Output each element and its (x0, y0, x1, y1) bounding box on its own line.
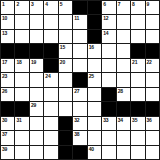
block-r9c5 (59, 117, 72, 130)
cell-r11c4[interactable] (44, 146, 57, 159)
cell-r6c9[interactable] (117, 73, 130, 86)
cell-r2c1[interactable]: 10 (1, 15, 14, 28)
cell-r7c3[interactable] (30, 88, 43, 101)
cell-r8c3[interactable]: 29 (30, 102, 43, 115)
cell-r11c1[interactable]: 39 (1, 146, 14, 159)
block-r8c1 (1, 102, 14, 115)
clue-number-38: 38 (74, 131, 79, 137)
cell-r11c10[interactable] (131, 146, 144, 159)
block-r4c3 (30, 44, 43, 57)
cell-r3c9[interactable] (117, 30, 130, 43)
cell-r7c6[interactable]: 27 (73, 88, 86, 101)
cell-r3c6[interactable] (73, 30, 86, 43)
cell-r11c9[interactable] (117, 146, 130, 159)
cell-r6c10[interactable] (131, 73, 144, 86)
cell-r9c10[interactable]: 35 (131, 117, 144, 130)
cell-r10c7[interactable] (88, 131, 101, 144)
clue-number-26: 26 (2, 88, 7, 94)
cell-r2c8[interactable]: 12 (102, 15, 115, 28)
cell-r2c9[interactable] (117, 15, 130, 28)
cell-r3c4[interactable] (44, 30, 57, 43)
clue-number-1: 1 (2, 1, 5, 7)
clue-number-22: 22 (147, 59, 152, 65)
cell-r5c6[interactable] (73, 59, 86, 72)
cell-r10c3[interactable] (30, 131, 43, 144)
block-r4c11 (146, 44, 159, 57)
block-r8c11 (146, 102, 159, 115)
clue-number-16: 16 (89, 44, 94, 50)
cell-r6c7[interactable]: 25 (88, 73, 101, 86)
cell-r1c1[interactable]: 1 (1, 1, 14, 14)
cell-r3c10[interactable] (131, 30, 144, 43)
block-r1c6 (73, 1, 86, 14)
cell-r7c2[interactable] (15, 88, 28, 101)
cell-r3c5[interactable] (59, 30, 72, 43)
cell-r2c3[interactable] (30, 15, 43, 28)
block-r1c7 (88, 1, 101, 14)
clue-number-15: 15 (60, 44, 65, 50)
clue-number-36: 36 (147, 117, 152, 123)
clue-number-21: 21 (132, 59, 137, 65)
clue-number-17: 17 (2, 59, 7, 65)
cell-r6c1[interactable]: 23 (1, 73, 14, 86)
cell-r11c3[interactable] (30, 146, 43, 159)
cell-r8c4[interactable] (44, 102, 57, 115)
cell-r6c3[interactable] (30, 73, 43, 86)
block-r8c9 (117, 102, 130, 115)
cell-r10c4[interactable] (44, 131, 57, 144)
cell-r10c10[interactable] (131, 131, 144, 144)
block-r2c7 (88, 15, 101, 28)
clue-number-14: 14 (103, 30, 108, 36)
block-r6c6 (73, 73, 86, 86)
cell-r2c10[interactable] (131, 15, 144, 28)
clue-number-9: 9 (147, 1, 150, 7)
cell-r5c10[interactable]: 21 (131, 59, 144, 72)
cell-r7c4[interactable] (44, 88, 57, 101)
block-r8c2 (15, 102, 28, 115)
crossword-grid: 1234567891011121314151617181920212223242… (0, 0, 160, 160)
clue-number-23: 23 (2, 73, 7, 79)
cell-r10c1[interactable]: 37 (1, 131, 14, 144)
cell-r11c11[interactable] (146, 146, 159, 159)
clue-number-25: 25 (89, 73, 94, 79)
clue-number-40: 40 (89, 146, 94, 152)
cell-r9c8[interactable]: 33 (102, 117, 115, 130)
block-r4c4 (44, 44, 57, 57)
cell-r6c5[interactable] (59, 73, 72, 86)
cell-r2c6[interactable]: 11 (73, 15, 86, 28)
block-r8c10 (131, 102, 144, 115)
cell-r3c2[interactable] (15, 30, 28, 43)
clue-number-33: 33 (103, 117, 108, 123)
cell-r5c1[interactable]: 17 (1, 59, 14, 72)
cell-r5c7[interactable] (88, 59, 101, 72)
cell-r9c11[interactable]: 36 (146, 117, 159, 130)
cell-r9c2[interactable]: 31 (15, 117, 28, 130)
cell-r9c3[interactable] (30, 117, 43, 130)
cell-r6c4[interactable]: 24 (44, 73, 57, 86)
cell-r7c10[interactable] (131, 88, 144, 101)
cell-r9c6[interactable]: 32 (73, 117, 86, 130)
clue-number-24: 24 (45, 73, 50, 79)
cell-r1c11[interactable]: 9 (146, 1, 159, 14)
block-r11c5 (59, 146, 72, 159)
cell-r5c3[interactable]: 19 (30, 59, 43, 72)
cell-r8c7[interactable] (88, 102, 101, 115)
block-r7c8 (102, 88, 115, 101)
cell-r11c8[interactable] (102, 146, 115, 159)
clue-number-2: 2 (16, 1, 19, 7)
cell-r4c9[interactable] (117, 44, 130, 57)
clue-number-18: 18 (16, 59, 21, 65)
clue-number-30: 30 (2, 117, 7, 123)
cell-r2c2[interactable] (15, 15, 28, 28)
clue-number-31: 31 (16, 117, 21, 123)
cell-r7c9[interactable]: 28 (117, 88, 130, 101)
clue-number-19: 19 (31, 59, 36, 65)
block-r3c7 (88, 30, 101, 43)
cell-r7c11[interactable] (146, 88, 159, 101)
cell-r10c2[interactable] (15, 131, 28, 144)
cell-r3c8[interactable]: 14 (102, 30, 115, 43)
cell-r1c10[interactable]: 8 (131, 1, 144, 14)
cell-r4c8[interactable] (102, 44, 115, 57)
cell-r10c6[interactable]: 38 (73, 131, 86, 144)
cell-r2c4[interactable] (44, 15, 57, 28)
cell-r5c2[interactable]: 18 (15, 59, 28, 72)
cell-r7c1[interactable]: 26 (1, 88, 14, 101)
cell-r6c8[interactable] (102, 73, 115, 86)
block-r11c6 (73, 146, 86, 159)
block-r10c5 (59, 131, 72, 144)
clue-number-27: 27 (74, 88, 79, 94)
cell-r9c7[interactable] (88, 117, 101, 130)
clue-number-10: 10 (2, 15, 7, 21)
cell-r5c5[interactable]: 20 (59, 59, 72, 72)
cell-r2c5[interactable] (59, 15, 72, 28)
block-r4c10 (131, 44, 144, 57)
cell-r3c1[interactable]: 13 (1, 30, 14, 43)
cell-r4c6[interactable] (73, 44, 86, 57)
cell-r1c4[interactable]: 4 (44, 1, 57, 14)
clue-number-3: 3 (31, 1, 34, 7)
block-r8c8 (102, 102, 115, 115)
cell-r9c4[interactable] (44, 117, 57, 130)
clue-number-37: 37 (2, 131, 7, 137)
cell-r8c5[interactable] (59, 102, 72, 115)
cell-r9c1[interactable]: 30 (1, 117, 14, 130)
block-r4c1 (1, 44, 14, 57)
clue-number-8: 8 (132, 1, 135, 7)
cell-r5c11[interactable]: 22 (146, 59, 159, 72)
clue-number-6: 6 (103, 1, 106, 7)
cell-r7c5[interactable] (59, 88, 72, 101)
cell-r10c9[interactable] (117, 131, 130, 144)
cell-r5c8[interactable] (102, 59, 115, 72)
cell-r10c8[interactable] (102, 131, 115, 144)
clue-number-39: 39 (2, 146, 7, 152)
clue-number-28: 28 (118, 88, 123, 94)
cell-r1c8[interactable]: 6 (102, 1, 115, 14)
clue-number-4: 4 (45, 1, 48, 7)
cell-r1c2[interactable]: 2 (15, 1, 28, 14)
cell-r1c5[interactable]: 5 (59, 1, 72, 14)
clue-number-32: 32 (74, 117, 79, 123)
cell-r4c5[interactable]: 15 (59, 44, 72, 57)
clue-number-20: 20 (60, 59, 65, 65)
cell-r3c11[interactable] (146, 30, 159, 43)
cell-r5c9[interactable] (117, 59, 130, 72)
cell-r1c9[interactable]: 7 (117, 1, 130, 14)
clue-number-29: 29 (31, 102, 36, 108)
clue-number-35: 35 (132, 117, 137, 123)
cell-r10c11[interactable] (146, 131, 159, 144)
cell-r8c6[interactable] (73, 102, 86, 115)
cell-r1c3[interactable]: 3 (30, 1, 43, 14)
clue-number-5: 5 (60, 1, 63, 7)
clue-number-7: 7 (118, 1, 121, 7)
clue-number-13: 13 (2, 30, 7, 36)
cell-r6c11[interactable] (146, 73, 159, 86)
cell-r9c9[interactable]: 34 (117, 117, 130, 130)
block-r4c2 (15, 44, 28, 57)
clue-number-12: 12 (103, 15, 108, 21)
cell-r11c7[interactable]: 40 (88, 146, 101, 159)
cell-r6c2[interactable] (15, 73, 28, 86)
cell-r4c7[interactable]: 16 (88, 44, 101, 57)
block-r5c4 (44, 59, 57, 72)
cell-r3c3[interactable] (30, 30, 43, 43)
cell-r11c2[interactable] (15, 146, 28, 159)
cell-r2c11[interactable] (146, 15, 159, 28)
clue-number-11: 11 (74, 15, 79, 21)
cell-r7c7[interactable] (88, 88, 101, 101)
clue-number-34: 34 (118, 117, 123, 123)
